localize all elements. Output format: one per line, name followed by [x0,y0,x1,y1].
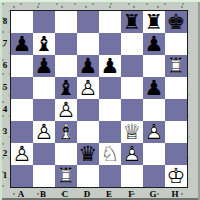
piece-outline-glyph: ♙ [11,143,33,165]
square-e2[interactable]: ♞♘ [99,143,121,165]
file-label-b: B [32,188,54,200]
square-c3[interactable]: ♝♗ [55,121,77,143]
rank-label-2: 2 [0,142,10,164]
square-b6[interactable]: ♟ [33,55,55,77]
square-a1[interactable] [11,165,33,187]
square-e4[interactable] [99,99,121,121]
square-f3[interactable]: ♛♕ [121,121,143,143]
file-label-e: E [98,188,120,200]
piece-white-pawn[interactable]: ♟♙ [33,121,55,143]
piece-black-bishop[interactable]: ♝ [55,77,77,99]
square-c2[interactable] [55,143,77,165]
rank-label-5: 5 [0,76,10,98]
file-label-d: D [76,188,98,200]
square-d6[interactable]: ♟ [77,55,99,77]
square-h8[interactable]: ♚ [165,11,187,33]
rank-label-6: 6 [0,54,10,76]
square-g5[interactable]: ♟ [143,77,165,99]
piece-black-pawn[interactable]: ♟ [33,55,55,77]
square-g4[interactable] [143,99,165,121]
square-b7[interactable]: ♝ [33,33,55,55]
piece-black-pawn[interactable]: ♟ [77,55,99,77]
square-d3[interactable] [77,121,99,143]
chess-board[interactable]: ♜♜♚♟♝♟♟♟♟♜♖♝♟♙♟♟♙♟♙♝♗♛♕♟♙♟♙♛♞♘♟♙♜♖♚♔ [10,10,188,188]
piece-white-rook[interactable]: ♜♖ [55,165,77,187]
square-b2[interactable] [33,143,55,165]
square-b5[interactable] [33,77,55,99]
rank-label-3: 3 [0,120,10,142]
piece-outline-glyph: ♙ [77,77,99,99]
square-c7[interactable] [55,33,77,55]
file-label-g: G [142,188,164,200]
square-a4[interactable] [11,99,33,121]
piece-black-king[interactable]: ♚ [165,11,187,33]
square-a7[interactable]: ♟ [11,33,33,55]
square-d8[interactable] [77,11,99,33]
square-f5[interactable] [121,77,143,99]
piece-outline-glyph: ♕ [121,121,143,143]
piece-white-knight[interactable]: ♞♘ [99,143,121,165]
square-e5[interactable] [99,77,121,99]
piece-outline-glyph: ♙ [143,121,165,143]
square-c1[interactable]: ♜♖ [55,165,77,187]
square-g2[interactable] [143,143,165,165]
piece-outline-glyph: ♗ [55,121,77,143]
square-g1[interactable] [143,165,165,187]
piece-black-pawn[interactable]: ♟ [11,33,33,55]
rank-label-4: 4 [0,98,10,120]
square-h3[interactable] [165,121,187,143]
file-label-a: A [10,188,32,200]
piece-black-pawn[interactable]: ♟ [143,77,165,99]
square-g8[interactable]: ♜ [143,11,165,33]
rank-label-8: 8 [0,10,10,32]
square-d2[interactable]: ♛ [77,143,99,165]
rank-label-1: 1 [0,164,10,186]
rank-label-7: 7 [0,32,10,54]
piece-white-pawn[interactable]: ♟♙ [143,121,165,143]
square-e3[interactable] [99,121,121,143]
square-b1[interactable] [33,165,55,187]
square-e8[interactable] [99,11,121,33]
square-a8[interactable] [11,11,33,33]
square-e7[interactable] [99,33,121,55]
square-f4[interactable] [121,99,143,121]
piece-outline-glyph: ♙ [121,143,143,165]
square-e1[interactable] [99,165,121,187]
square-f1[interactable] [121,165,143,187]
square-f6[interactable] [121,55,143,77]
piece-white-rook[interactable]: ♜♖ [165,55,187,77]
square-c5[interactable]: ♝ [55,77,77,99]
square-g3[interactable]: ♟♙ [143,121,165,143]
square-h5[interactable] [165,77,187,99]
square-c6[interactable] [55,55,77,77]
piece-outline-glyph: ♙ [55,99,77,121]
piece-white-king[interactable]: ♚♔ [165,165,187,187]
square-h1[interactable]: ♚♔ [165,165,187,187]
chess-board-window: 87654321 ♜♜♚♟♝♟♟♟♟♜♖♝♟♙♟♟♙♟♙♝♗♛♕♟♙♟♙♛♞♘♟… [0,0,200,200]
square-b4[interactable] [33,99,55,121]
square-d7[interactable] [77,33,99,55]
square-g7[interactable]: ♟ [143,33,165,55]
square-a6[interactable] [11,55,33,77]
file-label-f: F [120,188,142,200]
piece-outline-glyph: ♖ [55,165,77,187]
square-d5[interactable]: ♟♙ [77,77,99,99]
square-h2[interactable] [165,143,187,165]
square-a3[interactable] [11,121,33,143]
piece-outline-glyph: ♖ [165,55,187,77]
square-e6[interactable]: ♟ [99,55,121,77]
square-c4[interactable]: ♟♙ [55,99,77,121]
piece-outline-glyph: ♘ [99,143,121,165]
piece-white-pawn[interactable]: ♟♙ [77,77,99,99]
square-h6[interactable]: ♜♖ [165,55,187,77]
square-g6[interactable] [143,55,165,77]
square-c8[interactable] [55,11,77,33]
square-d4[interactable] [77,99,99,121]
piece-white-pawn[interactable]: ♟♙ [121,143,143,165]
piece-black-rook[interactable]: ♜ [143,11,165,33]
square-h4[interactable] [165,99,187,121]
square-f8[interactable]: ♜ [121,11,143,33]
square-b8[interactable] [33,11,55,33]
square-a2[interactable]: ♟♙ [11,143,33,165]
square-f2[interactable]: ♟♙ [121,143,143,165]
square-h7[interactable] [165,33,187,55]
piece-white-bishop[interactable]: ♝♗ [55,121,77,143]
piece-white-pawn[interactable]: ♟♙ [11,143,33,165]
piece-black-bishop[interactable]: ♝ [33,33,55,55]
square-a5[interactable] [11,77,33,99]
piece-outline-glyph: ♔ [165,165,187,187]
piece-black-queen[interactable]: ♛ [77,143,99,165]
square-d1[interactable] [77,165,99,187]
file-label-c: C [54,188,76,200]
piece-black-pawn[interactable]: ♟ [99,55,121,77]
square-b3[interactable]: ♟♙ [33,121,55,143]
piece-white-queen[interactable]: ♛♕ [121,121,143,143]
square-f7[interactable] [121,33,143,55]
piece-outline-glyph: ♙ [33,121,55,143]
file-label-h: H [164,188,186,200]
piece-white-pawn[interactable]: ♟♙ [55,99,77,121]
piece-black-pawn[interactable]: ♟ [143,33,165,55]
piece-black-rook[interactable]: ♜ [121,11,143,33]
